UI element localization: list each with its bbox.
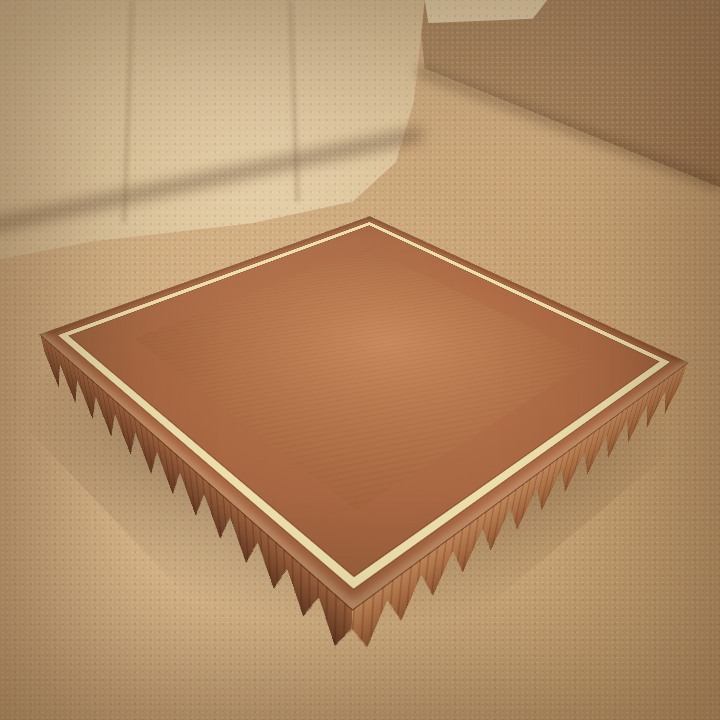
- photo-canvas: [0, 0, 720, 720]
- alquerque-board-scene: [133, 165, 592, 624]
